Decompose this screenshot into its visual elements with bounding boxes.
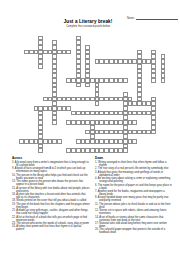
down-clues-column: Down 1. Writing arranged in short lines … [95,156,172,235]
answer-cell[interactable] [52,120,57,125]
crossword-grid [10,31,170,153]
answer-cell[interactable] [151,78,156,83]
page-subtitle: Complete the crossword puzzle below [0,25,176,28]
clue-item: 22. A list at the back of a book that te… [12,216,90,222]
answer-cell[interactable] [57,139,62,144]
clue-item: 3. A book that gives the meanings and sp… [95,171,172,177]
clue-item: 14. A set of books or stories about the … [95,216,172,222]
clue-item: 8. A story handed down over many years t… [95,196,172,202]
across-clues-column: Across 5. A fictional story from a write… [12,156,90,235]
answer-cell[interactable] [76,83,81,88]
clue-item: 24. A funny short poem with five lines t… [12,225,90,231]
answer-cell[interactable] [38,64,43,69]
clue-item: 6. The name for the piece of paper or ca… [95,184,172,190]
clue-item: 10. The person in the library who helps … [12,174,90,180]
clue-item: 20. The colourful paper wrapper that pro… [95,228,172,234]
answer-cell[interactable] [132,120,137,125]
answer-cell[interactable] [95,101,100,106]
clue-item: 12. Stories set in space with robots, al… [95,209,172,215]
answer-cell[interactable] [38,148,43,153]
worksheet-page: Name: Just a Literary break! Complete th… [0,0,180,255]
down-clue-list: 1. Writing arranged in short lines that … [95,161,172,234]
clue-item: 18. Words printed on the cover that tell… [12,199,90,202]
answer-cell[interactable] [123,148,128,153]
clue-item: 19. The part of the book that lists the … [12,203,90,209]
answer-cell[interactable] [123,78,128,83]
clue-item: 9. A book of facts arranged from A to Z … [12,167,90,173]
clue-section: Across 5. A fictional story from a write… [12,156,172,235]
clue-item: 2. The true story of a real person's lif… [95,167,172,170]
across-header: Across [12,156,90,160]
header: Just a Literary break! Complete the cros… [0,19,176,28]
answer-cell[interactable] [66,50,71,55]
across-clue-list: 5. A fictional story from a writer's ima… [12,161,90,231]
clue-item: 17. National tales told aloud long befor… [95,222,172,228]
clue-item: 13. The name given to the person who dra… [12,180,90,186]
clue-item: 11. The person whose job is to check boo… [95,203,172,209]
answer-cell[interactable] [85,83,90,88]
answer-cell[interactable] [132,139,137,144]
down-header: Down [95,156,172,160]
answer-cell[interactable] [161,78,166,83]
page-title: Just a Literary break! [0,19,176,24]
answer-cell[interactable] [151,130,156,135]
clue-item: 4. An exciting story about solving a cri… [95,177,172,183]
clue-item: 15. A section of the library with true b… [12,187,90,193]
clue-item: 21. A made-up story with magic, castles,… [12,209,90,215]
